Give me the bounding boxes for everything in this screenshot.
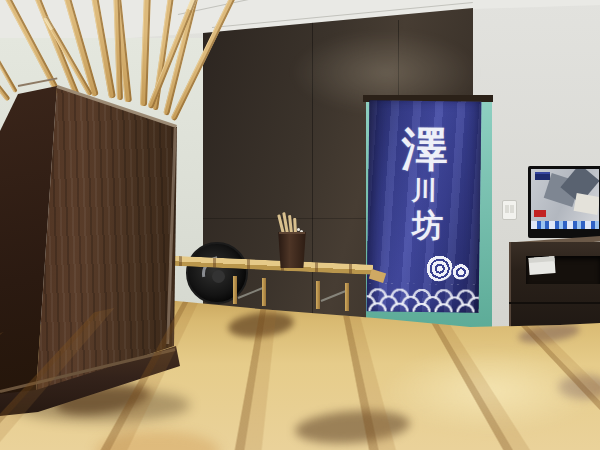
chopstick-box-right-face <box>36 84 182 394</box>
switch-rocker <box>510 205 514 213</box>
cabinet-groove <box>509 302 600 304</box>
table-highlight <box>380 348 600 433</box>
tissue-box <box>528 256 555 275</box>
light-switch <box>502 200 517 220</box>
electric-fan <box>186 242 248 304</box>
noren-char-2: 川 <box>412 178 437 205</box>
noren-calligraphy: 澤 川 坊 <box>368 124 482 242</box>
noren-char-3: 坊 <box>412 208 443 241</box>
noren-char-1: 澤 <box>401 125 448 174</box>
utensil-cup <box>277 232 307 268</box>
utensil-cup-rim <box>279 232 305 234</box>
bench-leg <box>233 276 237 304</box>
tv-screen <box>531 169 599 229</box>
fan-hub <box>212 270 225 283</box>
restaurant-interior-photo: 澤 川 坊 <box>0 0 600 450</box>
switch-rocker <box>505 205 509 213</box>
tv-news-scene <box>574 193 599 215</box>
tv-news-ticker <box>531 221 599 229</box>
bench-leg <box>316 281 320 309</box>
bench-leg <box>345 283 349 311</box>
tv-channel-logo <box>535 172 550 180</box>
tv-red-badge <box>534 210 546 217</box>
bench-leg <box>262 278 266 306</box>
